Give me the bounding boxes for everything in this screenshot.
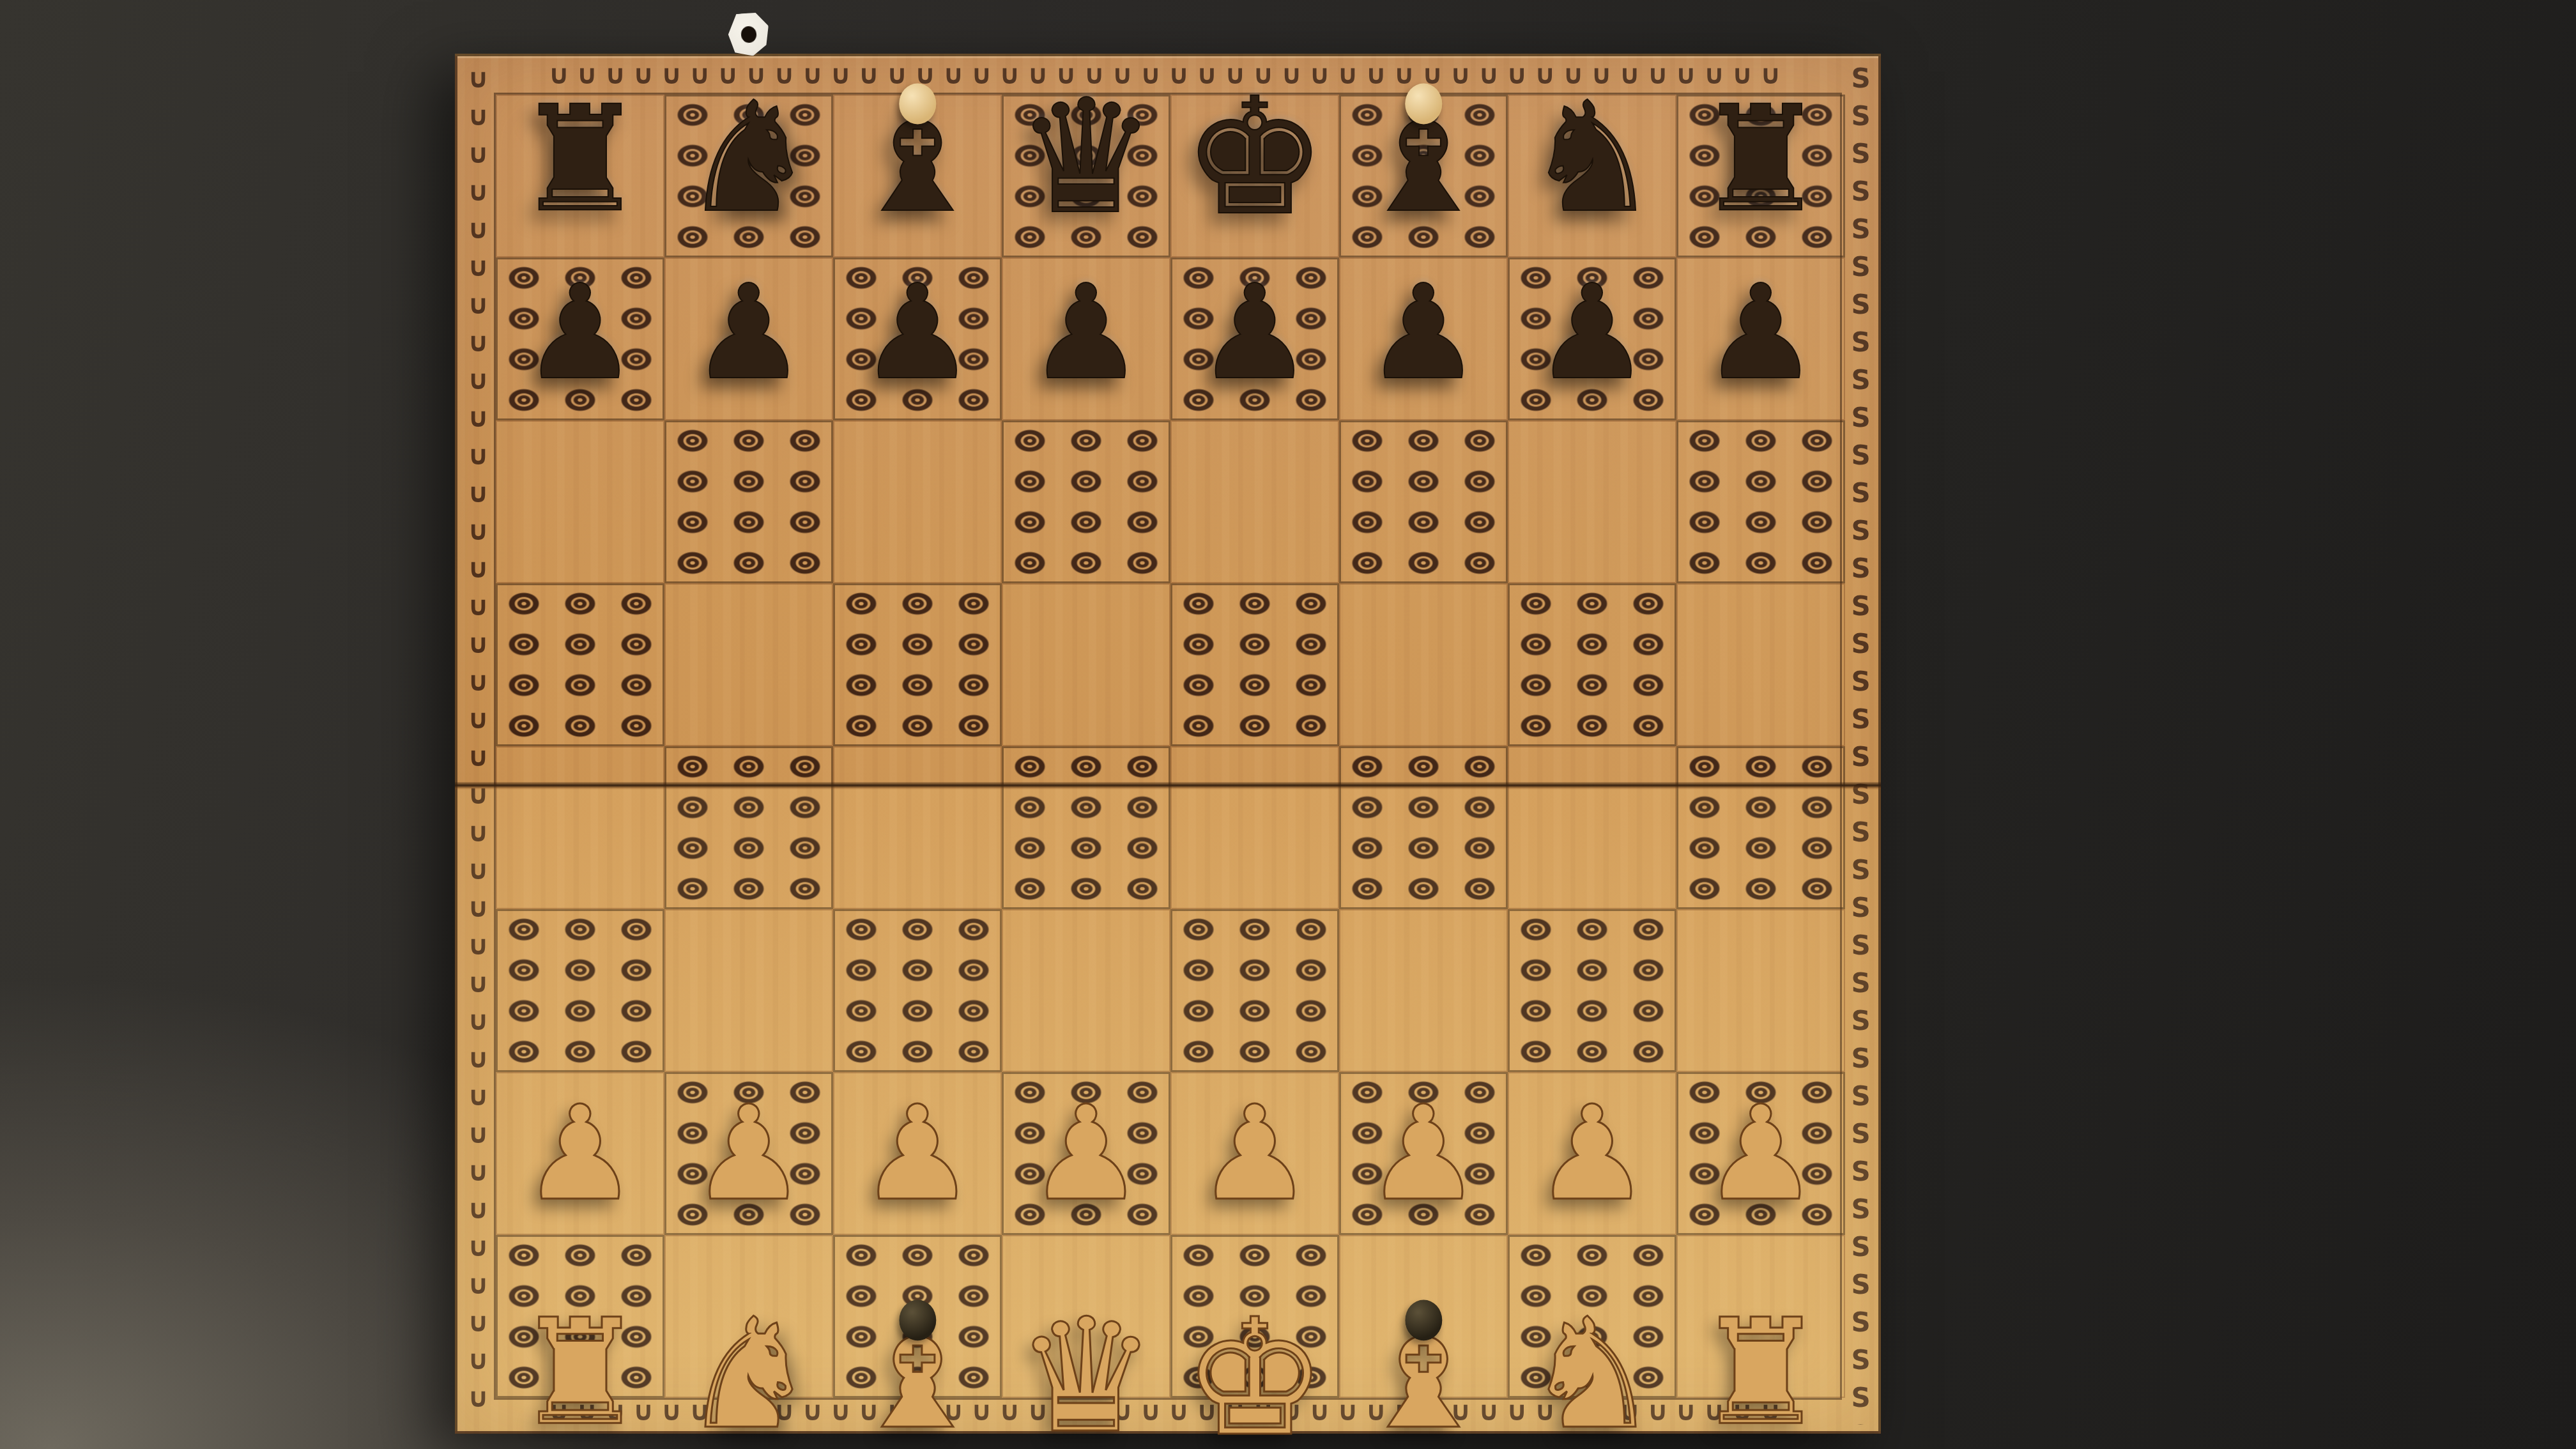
square-h7[interactable]: ♟ [1676, 257, 1845, 420]
black-rook[interactable]: ♜ [515, 86, 645, 231]
square-c4[interactable] [833, 746, 1002, 909]
square-a5[interactable] [496, 583, 664, 746]
square-f8[interactable]: ♝ [1339, 95, 1508, 257]
square-d1[interactable]: ♛ [1002, 1235, 1170, 1398]
board-grid: ♜♞♝♛♚♝♞♜♟♟♟♟♟♟♟♟♟♟♟♟♟♟♟♟♜♞♝♛♚♝♞♜ [496, 95, 1840, 1398]
square-b4[interactable] [664, 746, 833, 909]
black-pawn[interactable]: ♟ [691, 267, 808, 397]
black-pawn[interactable]: ♟ [1028, 267, 1145, 397]
black-pawn-glyph: ♟ [1534, 267, 1651, 397]
black-pawn-glyph: ♟ [859, 267, 976, 397]
black-king-glyph: ♚ [1183, 76, 1327, 237]
white-knight-glyph: ♞ [1524, 1298, 1660, 1449]
square-e1[interactable]: ♚ [1170, 1235, 1339, 1398]
white-rook-glyph: ♜ [515, 1299, 645, 1445]
square-c5[interactable] [833, 583, 1002, 746]
black-queen-glyph: ♛ [1016, 79, 1157, 236]
square-a1[interactable]: ♜ [496, 1235, 664, 1398]
white-pawn-glyph: ♟ [1703, 1089, 1820, 1219]
black-knight-glyph: ♞ [680, 82, 816, 234]
white-rook[interactable]: ♜ [1696, 1299, 1826, 1445]
white-pawn[interactable]: ♟ [522, 1089, 639, 1219]
white-pawn-glyph: ♟ [1365, 1089, 1482, 1219]
square-e7[interactable]: ♟ [1170, 257, 1339, 420]
square-h5[interactable] [1676, 583, 1845, 746]
white-pawn-glyph: ♟ [1197, 1089, 1314, 1219]
square-a2[interactable]: ♟ [496, 1072, 664, 1235]
square-g2[interactable]: ♟ [1508, 1072, 1676, 1235]
black-pawn[interactable]: ♟ [1365, 267, 1482, 397]
white-rook[interactable]: ♜ [515, 1299, 645, 1445]
square-c7[interactable]: ♟ [833, 257, 1002, 420]
square-f1[interactable]: ♝ [1339, 1235, 1508, 1398]
square-b1[interactable]: ♞ [664, 1235, 833, 1398]
square-h1[interactable]: ♜ [1676, 1235, 1845, 1398]
square-e8[interactable]: ♚ [1170, 95, 1339, 257]
square-h6[interactable] [1676, 420, 1845, 583]
square-e4[interactable] [1170, 746, 1339, 909]
square-b2[interactable]: ♟ [664, 1072, 833, 1235]
black-knight-glyph: ♞ [1524, 82, 1660, 234]
white-king[interactable]: ♚ [1183, 1297, 1327, 1449]
black-queen[interactable]: ♛ [1016, 79, 1157, 236]
white-queen-glyph: ♛ [1016, 1298, 1157, 1449]
bishop-finial [899, 83, 936, 124]
square-c1[interactable]: ♝ [833, 1235, 1002, 1398]
board-border-top: ∪∪∪∪∪∪∪∪∪∪∪∪∪∪∪∪∪∪∪∪∪∪∪∪∪∪∪∪∪∪∪∪∪∪∪∪∪∪∪∪… [464, 56, 1872, 95]
white-knight[interactable]: ♞ [1524, 1298, 1660, 1449]
square-g8[interactable]: ♞ [1508, 95, 1676, 257]
square-d8[interactable]: ♛ [1002, 95, 1170, 257]
black-pawn-glyph: ♟ [522, 267, 639, 397]
square-g6[interactable] [1508, 420, 1676, 583]
square-c2[interactable]: ♟ [833, 1072, 1002, 1235]
square-d7[interactable]: ♟ [1002, 257, 1170, 420]
white-queen[interactable]: ♛ [1016, 1298, 1157, 1449]
board-border-bottom: ∪∪∪∪∪∪∪∪∪∪∪∪∪∪∪∪∪∪∪∪∪∪∪∪∪∪∪∪∪∪∪∪∪∪∪∪∪∪∪∪… [464, 1393, 1872, 1431]
black-pawn-glyph: ♟ [691, 267, 808, 397]
square-a4[interactable] [496, 746, 664, 909]
square-h4[interactable] [1676, 746, 1845, 909]
square-g5[interactable] [1508, 583, 1676, 746]
square-f7[interactable]: ♟ [1339, 257, 1508, 420]
black-bishop[interactable]: ♝ [849, 82, 985, 234]
square-g1[interactable]: ♞ [1508, 1235, 1676, 1398]
square-c6[interactable] [833, 420, 1002, 583]
square-c8[interactable]: ♝ [833, 95, 1002, 257]
square-a7[interactable]: ♟ [496, 257, 664, 420]
black-pawn[interactable]: ♟ [1703, 267, 1820, 397]
square-f2[interactable]: ♟ [1339, 1072, 1508, 1235]
white-pawn[interactable]: ♟ [1028, 1089, 1145, 1219]
white-pawn-glyph: ♟ [522, 1089, 639, 1219]
white-king-glyph: ♚ [1183, 1297, 1327, 1449]
white-pawn[interactable]: ♟ [1197, 1089, 1314, 1219]
square-f3[interactable] [1339, 909, 1508, 1072]
square-d3[interactable] [1002, 909, 1170, 1072]
black-knight[interactable]: ♞ [1524, 82, 1660, 234]
square-d4[interactable] [1002, 746, 1170, 909]
square-f5[interactable] [1339, 583, 1508, 746]
square-e2[interactable]: ♟ [1170, 1072, 1339, 1235]
black-rook[interactable]: ♜ [1696, 86, 1826, 231]
chess-board: ∪∪∪∪∪∪∪∪∪∪∪∪∪∪∪∪∪∪∪∪∪∪∪∪∪∪∪∪∪∪∪∪∪∪∪∪∪∪∪∪… [455, 54, 1881, 1434]
square-h8[interactable]: ♜ [1676, 95, 1845, 257]
square-d6[interactable] [1002, 420, 1170, 583]
black-rook-glyph: ♜ [1696, 86, 1826, 231]
square-d5[interactable] [1002, 583, 1170, 746]
square-d2[interactable]: ♟ [1002, 1072, 1170, 1235]
white-bishop[interactable]: ♝ [1355, 1298, 1491, 1449]
white-pawn[interactable]: ♟ [859, 1089, 976, 1219]
bishop-finial [899, 1299, 936, 1340]
white-rook-glyph: ♜ [1696, 1299, 1826, 1445]
square-b3[interactable] [664, 909, 833, 1072]
white-pawn[interactable]: ♟ [1703, 1089, 1820, 1219]
square-a8[interactable]: ♜ [496, 95, 664, 257]
board-border-left: ∪∪∪∪∪∪∪∪∪∪∪∪∪∪∪∪∪∪∪∪∪∪∪∪∪∪∪∪∪∪∪∪∪∪∪∪∪∪ [457, 63, 496, 1425]
white-knight-glyph: ♞ [680, 1298, 816, 1449]
white-pawn[interactable]: ♟ [1534, 1089, 1651, 1219]
square-f4[interactable] [1339, 746, 1508, 909]
square-b7[interactable]: ♟ [664, 257, 833, 420]
white-knight[interactable]: ♞ [680, 1298, 816, 1449]
square-f6[interactable] [1339, 420, 1508, 583]
desk-surface: { "game": "chess", "position": { "fen": … [0, 0, 2576, 1449]
hanger-hole [740, 26, 758, 43]
white-pawn-glyph: ♟ [859, 1089, 976, 1219]
black-pawn-glyph: ♟ [1703, 267, 1820, 397]
bishop-finial [1405, 1299, 1442, 1340]
square-e5[interactable] [1170, 583, 1339, 746]
square-h2[interactable]: ♟ [1676, 1072, 1845, 1235]
black-pawn-glyph: ♟ [1365, 267, 1482, 397]
square-e6[interactable] [1170, 420, 1339, 583]
square-b6[interactable] [664, 420, 833, 583]
board-border-right: SSSSSSSSSSSSSSSSSSSSSSSSSSSSSSSSSSSSSS [1840, 63, 1878, 1425]
black-pawn[interactable]: ♟ [1197, 267, 1314, 397]
black-pawn-glyph: ♟ [1197, 267, 1314, 397]
square-h3[interactable] [1676, 909, 1845, 1072]
square-g7[interactable]: ♟ [1508, 257, 1676, 420]
black-pawn[interactable]: ♟ [522, 267, 639, 397]
square-g3[interactable] [1508, 909, 1676, 1072]
black-knight[interactable]: ♞ [680, 82, 816, 234]
square-a6[interactable] [496, 420, 664, 583]
square-b8[interactable]: ♞ [664, 95, 833, 257]
square-a3[interactable] [496, 909, 664, 1072]
black-bishop[interactable]: ♝ [1355, 82, 1491, 234]
black-pawn[interactable]: ♟ [1534, 267, 1651, 397]
black-pawn-glyph: ♟ [1028, 267, 1145, 397]
white-pawn-glyph: ♟ [1534, 1089, 1651, 1219]
square-c3[interactable] [833, 909, 1002, 1072]
square-b5[interactable] [664, 583, 833, 746]
black-pawn[interactable]: ♟ [859, 267, 976, 397]
hanger-tab [726, 11, 772, 58]
bishop-finial [1405, 83, 1442, 124]
square-e3[interactable] [1170, 909, 1339, 1072]
black-king[interactable]: ♚ [1183, 76, 1327, 237]
black-rook-glyph: ♜ [515, 86, 645, 231]
white-pawn-glyph: ♟ [691, 1089, 808, 1219]
white-pawn-glyph: ♟ [1028, 1089, 1145, 1219]
white-bishop[interactable]: ♝ [849, 1298, 985, 1449]
square-g4[interactable] [1508, 746, 1676, 909]
white-pawn[interactable]: ♟ [691, 1089, 808, 1219]
white-pawn[interactable]: ♟ [1365, 1089, 1482, 1219]
